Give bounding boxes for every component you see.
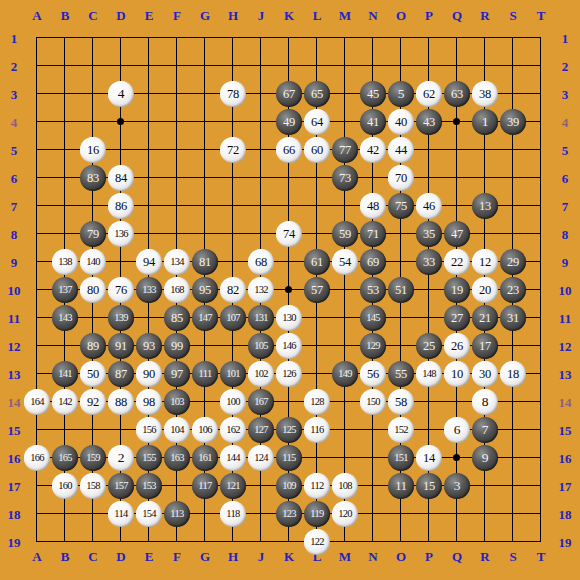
point-Q11[interactable]: 27 bbox=[443, 304, 471, 332]
point-G1[interactable] bbox=[191, 24, 219, 52]
point-D17[interactable]: 157 bbox=[107, 472, 135, 500]
point-F16[interactable]: 163 bbox=[163, 444, 191, 472]
point-J16[interactable]: 124 bbox=[247, 444, 275, 472]
point-K10[interactable] bbox=[275, 276, 303, 304]
point-N14[interactable]: 150 bbox=[359, 388, 387, 416]
point-B3[interactable] bbox=[51, 80, 79, 108]
point-R3[interactable]: 38 bbox=[471, 80, 499, 108]
point-M9[interactable]: 54 bbox=[331, 248, 359, 276]
point-Q2[interactable] bbox=[443, 52, 471, 80]
point-F5[interactable] bbox=[163, 136, 191, 164]
point-T8[interactable] bbox=[527, 220, 555, 248]
point-J14[interactable]: 167 bbox=[247, 388, 275, 416]
point-B2[interactable] bbox=[51, 52, 79, 80]
point-T5[interactable] bbox=[527, 136, 555, 164]
point-N5[interactable]: 42 bbox=[359, 136, 387, 164]
point-R7[interactable]: 13 bbox=[471, 192, 499, 220]
point-O10[interactable]: 51 bbox=[387, 276, 415, 304]
point-R14[interactable]: 8 bbox=[471, 388, 499, 416]
point-H5[interactable]: 72 bbox=[219, 136, 247, 164]
point-L19[interactable]: 122 bbox=[303, 528, 331, 556]
point-R4[interactable]: 1 bbox=[471, 108, 499, 136]
point-P16[interactable]: 14 bbox=[415, 444, 443, 472]
point-A4[interactable] bbox=[23, 108, 51, 136]
point-Q14[interactable] bbox=[443, 388, 471, 416]
point-C3[interactable] bbox=[79, 80, 107, 108]
point-C1[interactable] bbox=[79, 24, 107, 52]
point-H16[interactable]: 144 bbox=[219, 444, 247, 472]
point-G5[interactable] bbox=[191, 136, 219, 164]
point-T10[interactable] bbox=[527, 276, 555, 304]
point-R16[interactable]: 9 bbox=[471, 444, 499, 472]
point-F11[interactable]: 85 bbox=[163, 304, 191, 332]
point-L4[interactable]: 64 bbox=[303, 108, 331, 136]
point-O15[interactable]: 152 bbox=[387, 416, 415, 444]
point-M15[interactable] bbox=[331, 416, 359, 444]
point-S13[interactable]: 18 bbox=[499, 360, 527, 388]
point-C5[interactable]: 16 bbox=[79, 136, 107, 164]
point-T13[interactable] bbox=[527, 360, 555, 388]
point-R17[interactable] bbox=[471, 472, 499, 500]
point-P10[interactable] bbox=[415, 276, 443, 304]
point-G17[interactable]: 117 bbox=[191, 472, 219, 500]
point-D15[interactable] bbox=[107, 416, 135, 444]
point-P2[interactable] bbox=[415, 52, 443, 80]
point-E1[interactable] bbox=[135, 24, 163, 52]
point-Q19[interactable] bbox=[443, 528, 471, 556]
point-K15[interactable]: 125 bbox=[275, 416, 303, 444]
point-S6[interactable] bbox=[499, 164, 527, 192]
point-H17[interactable]: 121 bbox=[219, 472, 247, 500]
point-J15[interactable]: 127 bbox=[247, 416, 275, 444]
point-K3[interactable]: 67 bbox=[275, 80, 303, 108]
point-J1[interactable] bbox=[247, 24, 275, 52]
point-H7[interactable] bbox=[219, 192, 247, 220]
point-A9[interactable] bbox=[23, 248, 51, 276]
point-E19[interactable] bbox=[135, 528, 163, 556]
point-R8[interactable] bbox=[471, 220, 499, 248]
point-N6[interactable] bbox=[359, 164, 387, 192]
point-L9[interactable]: 61 bbox=[303, 248, 331, 276]
point-G4[interactable] bbox=[191, 108, 219, 136]
point-D19[interactable] bbox=[107, 528, 135, 556]
point-A17[interactable] bbox=[23, 472, 51, 500]
point-K1[interactable] bbox=[275, 24, 303, 52]
point-E14[interactable]: 98 bbox=[135, 388, 163, 416]
point-G13[interactable]: 111 bbox=[191, 360, 219, 388]
point-P11[interactable] bbox=[415, 304, 443, 332]
point-F3[interactable] bbox=[163, 80, 191, 108]
point-D14[interactable]: 88 bbox=[107, 388, 135, 416]
point-R13[interactable]: 30 bbox=[471, 360, 499, 388]
point-N9[interactable]: 69 bbox=[359, 248, 387, 276]
point-P15[interactable] bbox=[415, 416, 443, 444]
point-K5[interactable]: 66 bbox=[275, 136, 303, 164]
point-J11[interactable]: 131 bbox=[247, 304, 275, 332]
point-G11[interactable]: 147 bbox=[191, 304, 219, 332]
point-F1[interactable] bbox=[163, 24, 191, 52]
point-G8[interactable] bbox=[191, 220, 219, 248]
point-K13[interactable]: 126 bbox=[275, 360, 303, 388]
point-N7[interactable]: 48 bbox=[359, 192, 387, 220]
point-M4[interactable] bbox=[331, 108, 359, 136]
point-P3[interactable]: 62 bbox=[415, 80, 443, 108]
point-R5[interactable] bbox=[471, 136, 499, 164]
point-B5[interactable] bbox=[51, 136, 79, 164]
point-H9[interactable] bbox=[219, 248, 247, 276]
point-H6[interactable] bbox=[219, 164, 247, 192]
point-O17[interactable]: 11 bbox=[387, 472, 415, 500]
point-E10[interactable]: 133 bbox=[135, 276, 163, 304]
point-H14[interactable]: 100 bbox=[219, 388, 247, 416]
point-M19[interactable] bbox=[331, 528, 359, 556]
point-C9[interactable]: 140 bbox=[79, 248, 107, 276]
point-K11[interactable]: 130 bbox=[275, 304, 303, 332]
point-Q7[interactable] bbox=[443, 192, 471, 220]
point-M7[interactable] bbox=[331, 192, 359, 220]
point-G3[interactable] bbox=[191, 80, 219, 108]
point-P5[interactable] bbox=[415, 136, 443, 164]
point-M12[interactable] bbox=[331, 332, 359, 360]
point-O9[interactable] bbox=[387, 248, 415, 276]
point-T7[interactable] bbox=[527, 192, 555, 220]
point-B12[interactable] bbox=[51, 332, 79, 360]
point-N8[interactable]: 71 bbox=[359, 220, 387, 248]
point-K19[interactable] bbox=[275, 528, 303, 556]
point-T11[interactable] bbox=[527, 304, 555, 332]
point-Q18[interactable] bbox=[443, 500, 471, 528]
point-A11[interactable] bbox=[23, 304, 51, 332]
point-M6[interactable]: 73 bbox=[331, 164, 359, 192]
point-L2[interactable] bbox=[303, 52, 331, 80]
point-P4[interactable]: 43 bbox=[415, 108, 443, 136]
point-N18[interactable] bbox=[359, 500, 387, 528]
point-P17[interactable]: 15 bbox=[415, 472, 443, 500]
point-E15[interactable]: 156 bbox=[135, 416, 163, 444]
point-J5[interactable] bbox=[247, 136, 275, 164]
point-R18[interactable] bbox=[471, 500, 499, 528]
point-H15[interactable]: 162 bbox=[219, 416, 247, 444]
point-N13[interactable]: 56 bbox=[359, 360, 387, 388]
point-D7[interactable]: 86 bbox=[107, 192, 135, 220]
point-P19[interactable] bbox=[415, 528, 443, 556]
point-M17[interactable]: 108 bbox=[331, 472, 359, 500]
point-S17[interactable] bbox=[499, 472, 527, 500]
point-P7[interactable]: 46 bbox=[415, 192, 443, 220]
point-T19[interactable] bbox=[527, 528, 555, 556]
point-H11[interactable]: 107 bbox=[219, 304, 247, 332]
point-B9[interactable]: 138 bbox=[51, 248, 79, 276]
point-L11[interactable] bbox=[303, 304, 331, 332]
point-Q13[interactable]: 10 bbox=[443, 360, 471, 388]
point-H19[interactable] bbox=[219, 528, 247, 556]
point-O13[interactable]: 55 bbox=[387, 360, 415, 388]
point-F9[interactable]: 134 bbox=[163, 248, 191, 276]
point-C2[interactable] bbox=[79, 52, 107, 80]
point-N2[interactable] bbox=[359, 52, 387, 80]
point-F8[interactable] bbox=[163, 220, 191, 248]
point-F4[interactable] bbox=[163, 108, 191, 136]
point-Q6[interactable] bbox=[443, 164, 471, 192]
point-C4[interactable] bbox=[79, 108, 107, 136]
point-A16[interactable]: 166 bbox=[23, 444, 51, 472]
point-L18[interactable]: 119 bbox=[303, 500, 331, 528]
point-T16[interactable] bbox=[527, 444, 555, 472]
point-T15[interactable] bbox=[527, 416, 555, 444]
point-H2[interactable] bbox=[219, 52, 247, 80]
point-G12[interactable] bbox=[191, 332, 219, 360]
point-S1[interactable] bbox=[499, 24, 527, 52]
point-M16[interactable] bbox=[331, 444, 359, 472]
point-K7[interactable] bbox=[275, 192, 303, 220]
point-S2[interactable] bbox=[499, 52, 527, 80]
point-R6[interactable] bbox=[471, 164, 499, 192]
point-A18[interactable] bbox=[23, 500, 51, 528]
point-A15[interactable] bbox=[23, 416, 51, 444]
point-E9[interactable]: 94 bbox=[135, 248, 163, 276]
point-Q16[interactable] bbox=[443, 444, 471, 472]
point-N11[interactable]: 145 bbox=[359, 304, 387, 332]
point-K12[interactable]: 146 bbox=[275, 332, 303, 360]
point-O8[interactable] bbox=[387, 220, 415, 248]
point-K8[interactable]: 74 bbox=[275, 220, 303, 248]
point-J10[interactable]: 132 bbox=[247, 276, 275, 304]
point-D10[interactable]: 76 bbox=[107, 276, 135, 304]
point-O19[interactable] bbox=[387, 528, 415, 556]
point-E4[interactable] bbox=[135, 108, 163, 136]
point-D13[interactable]: 87 bbox=[107, 360, 135, 388]
point-F15[interactable]: 104 bbox=[163, 416, 191, 444]
point-F19[interactable] bbox=[163, 528, 191, 556]
point-F10[interactable]: 168 bbox=[163, 276, 191, 304]
point-E11[interactable] bbox=[135, 304, 163, 332]
point-E13[interactable]: 90 bbox=[135, 360, 163, 388]
point-E5[interactable] bbox=[135, 136, 163, 164]
point-B10[interactable]: 137 bbox=[51, 276, 79, 304]
point-E18[interactable]: 154 bbox=[135, 500, 163, 528]
point-L17[interactable]: 112 bbox=[303, 472, 331, 500]
point-C17[interactable]: 158 bbox=[79, 472, 107, 500]
point-K14[interactable] bbox=[275, 388, 303, 416]
point-E8[interactable] bbox=[135, 220, 163, 248]
point-H13[interactable]: 101 bbox=[219, 360, 247, 388]
point-C6[interactable]: 83 bbox=[79, 164, 107, 192]
point-K16[interactable]: 115 bbox=[275, 444, 303, 472]
point-N19[interactable] bbox=[359, 528, 387, 556]
point-H1[interactable] bbox=[219, 24, 247, 52]
point-B13[interactable]: 141 bbox=[51, 360, 79, 388]
point-B1[interactable] bbox=[51, 24, 79, 52]
point-O12[interactable] bbox=[387, 332, 415, 360]
point-L3[interactable]: 65 bbox=[303, 80, 331, 108]
point-S11[interactable]: 31 bbox=[499, 304, 527, 332]
point-A14[interactable]: 164 bbox=[23, 388, 51, 416]
point-T1[interactable] bbox=[527, 24, 555, 52]
point-R15[interactable]: 7 bbox=[471, 416, 499, 444]
point-A1[interactable] bbox=[23, 24, 51, 52]
point-D6[interactable]: 84 bbox=[107, 164, 135, 192]
point-R11[interactable]: 21 bbox=[471, 304, 499, 332]
point-O11[interactable] bbox=[387, 304, 415, 332]
point-N17[interactable] bbox=[359, 472, 387, 500]
point-Q9[interactable]: 22 bbox=[443, 248, 471, 276]
point-S14[interactable] bbox=[499, 388, 527, 416]
point-J19[interactable] bbox=[247, 528, 275, 556]
point-F17[interactable] bbox=[163, 472, 191, 500]
point-K18[interactable]: 123 bbox=[275, 500, 303, 528]
point-G7[interactable] bbox=[191, 192, 219, 220]
point-A7[interactable] bbox=[23, 192, 51, 220]
point-S8[interactable] bbox=[499, 220, 527, 248]
point-L15[interactable]: 116 bbox=[303, 416, 331, 444]
point-P6[interactable] bbox=[415, 164, 443, 192]
point-Q8[interactable]: 47 bbox=[443, 220, 471, 248]
point-J8[interactable] bbox=[247, 220, 275, 248]
point-M13[interactable]: 149 bbox=[331, 360, 359, 388]
point-A8[interactable] bbox=[23, 220, 51, 248]
point-F14[interactable]: 103 bbox=[163, 388, 191, 416]
point-G15[interactable]: 106 bbox=[191, 416, 219, 444]
point-C8[interactable]: 79 bbox=[79, 220, 107, 248]
point-J6[interactable] bbox=[247, 164, 275, 192]
point-D18[interactable]: 114 bbox=[107, 500, 135, 528]
point-P1[interactable] bbox=[415, 24, 443, 52]
point-B14[interactable]: 142 bbox=[51, 388, 79, 416]
point-F6[interactable] bbox=[163, 164, 191, 192]
point-A12[interactable] bbox=[23, 332, 51, 360]
point-G10[interactable]: 95 bbox=[191, 276, 219, 304]
point-P14[interactable] bbox=[415, 388, 443, 416]
point-F13[interactable]: 97 bbox=[163, 360, 191, 388]
point-J13[interactable]: 102 bbox=[247, 360, 275, 388]
point-T18[interactable] bbox=[527, 500, 555, 528]
point-N12[interactable]: 129 bbox=[359, 332, 387, 360]
point-K9[interactable] bbox=[275, 248, 303, 276]
point-D1[interactable] bbox=[107, 24, 135, 52]
point-O14[interactable]: 58 bbox=[387, 388, 415, 416]
point-J18[interactable] bbox=[247, 500, 275, 528]
point-Q1[interactable] bbox=[443, 24, 471, 52]
point-L10[interactable]: 57 bbox=[303, 276, 331, 304]
point-H3[interactable]: 78 bbox=[219, 80, 247, 108]
point-O16[interactable]: 151 bbox=[387, 444, 415, 472]
point-O2[interactable] bbox=[387, 52, 415, 80]
point-M8[interactable]: 59 bbox=[331, 220, 359, 248]
point-D2[interactable] bbox=[107, 52, 135, 80]
point-L7[interactable] bbox=[303, 192, 331, 220]
point-S15[interactable] bbox=[499, 416, 527, 444]
point-S19[interactable] bbox=[499, 528, 527, 556]
point-J7[interactable] bbox=[247, 192, 275, 220]
point-S12[interactable] bbox=[499, 332, 527, 360]
point-H4[interactable] bbox=[219, 108, 247, 136]
point-A13[interactable] bbox=[23, 360, 51, 388]
point-A5[interactable] bbox=[23, 136, 51, 164]
point-L1[interactable] bbox=[303, 24, 331, 52]
point-C19[interactable] bbox=[79, 528, 107, 556]
point-H12[interactable] bbox=[219, 332, 247, 360]
point-O7[interactable]: 75 bbox=[387, 192, 415, 220]
point-F18[interactable]: 113 bbox=[163, 500, 191, 528]
point-B19[interactable] bbox=[51, 528, 79, 556]
point-G6[interactable] bbox=[191, 164, 219, 192]
point-P12[interactable]: 25 bbox=[415, 332, 443, 360]
point-D12[interactable]: 91 bbox=[107, 332, 135, 360]
point-N15[interactable] bbox=[359, 416, 387, 444]
point-G9[interactable]: 81 bbox=[191, 248, 219, 276]
point-L13[interactable] bbox=[303, 360, 331, 388]
point-C7[interactable] bbox=[79, 192, 107, 220]
point-N10[interactable]: 53 bbox=[359, 276, 387, 304]
point-R1[interactable] bbox=[471, 24, 499, 52]
point-M11[interactable] bbox=[331, 304, 359, 332]
point-D11[interactable]: 139 bbox=[107, 304, 135, 332]
point-O1[interactable] bbox=[387, 24, 415, 52]
point-Q4[interactable] bbox=[443, 108, 471, 136]
point-J12[interactable]: 105 bbox=[247, 332, 275, 360]
point-C18[interactable] bbox=[79, 500, 107, 528]
point-Q12[interactable]: 26 bbox=[443, 332, 471, 360]
point-L5[interactable]: 60 bbox=[303, 136, 331, 164]
point-R10[interactable]: 20 bbox=[471, 276, 499, 304]
point-H18[interactable]: 118 bbox=[219, 500, 247, 528]
point-A10[interactable] bbox=[23, 276, 51, 304]
point-A2[interactable] bbox=[23, 52, 51, 80]
point-E12[interactable]: 93 bbox=[135, 332, 163, 360]
point-J17[interactable] bbox=[247, 472, 275, 500]
point-M2[interactable] bbox=[331, 52, 359, 80]
point-J3[interactable] bbox=[247, 80, 275, 108]
point-E6[interactable] bbox=[135, 164, 163, 192]
point-M1[interactable] bbox=[331, 24, 359, 52]
point-Q10[interactable]: 19 bbox=[443, 276, 471, 304]
point-K4[interactable]: 49 bbox=[275, 108, 303, 136]
point-O3[interactable]: 5 bbox=[387, 80, 415, 108]
point-B8[interactable] bbox=[51, 220, 79, 248]
point-C11[interactable] bbox=[79, 304, 107, 332]
point-L6[interactable] bbox=[303, 164, 331, 192]
point-T14[interactable] bbox=[527, 388, 555, 416]
point-E16[interactable]: 155 bbox=[135, 444, 163, 472]
point-N4[interactable]: 41 bbox=[359, 108, 387, 136]
point-C12[interactable]: 89 bbox=[79, 332, 107, 360]
point-M14[interactable] bbox=[331, 388, 359, 416]
point-A6[interactable] bbox=[23, 164, 51, 192]
point-A19[interactable] bbox=[23, 528, 51, 556]
point-L12[interactable] bbox=[303, 332, 331, 360]
point-E7[interactable] bbox=[135, 192, 163, 220]
point-M10[interactable] bbox=[331, 276, 359, 304]
point-Q3[interactable]: 63 bbox=[443, 80, 471, 108]
point-R12[interactable]: 17 bbox=[471, 332, 499, 360]
point-L14[interactable]: 128 bbox=[303, 388, 331, 416]
point-D3[interactable]: 4 bbox=[107, 80, 135, 108]
point-Q5[interactable] bbox=[443, 136, 471, 164]
point-R19[interactable] bbox=[471, 528, 499, 556]
point-K17[interactable]: 109 bbox=[275, 472, 303, 500]
point-S5[interactable] bbox=[499, 136, 527, 164]
point-H8[interactable] bbox=[219, 220, 247, 248]
point-D5[interactable] bbox=[107, 136, 135, 164]
point-H10[interactable]: 82 bbox=[219, 276, 247, 304]
point-T3[interactable] bbox=[527, 80, 555, 108]
point-J2[interactable] bbox=[247, 52, 275, 80]
point-P8[interactable]: 35 bbox=[415, 220, 443, 248]
point-D9[interactable] bbox=[107, 248, 135, 276]
point-S16[interactable] bbox=[499, 444, 527, 472]
point-B18[interactable] bbox=[51, 500, 79, 528]
point-B11[interactable]: 143 bbox=[51, 304, 79, 332]
